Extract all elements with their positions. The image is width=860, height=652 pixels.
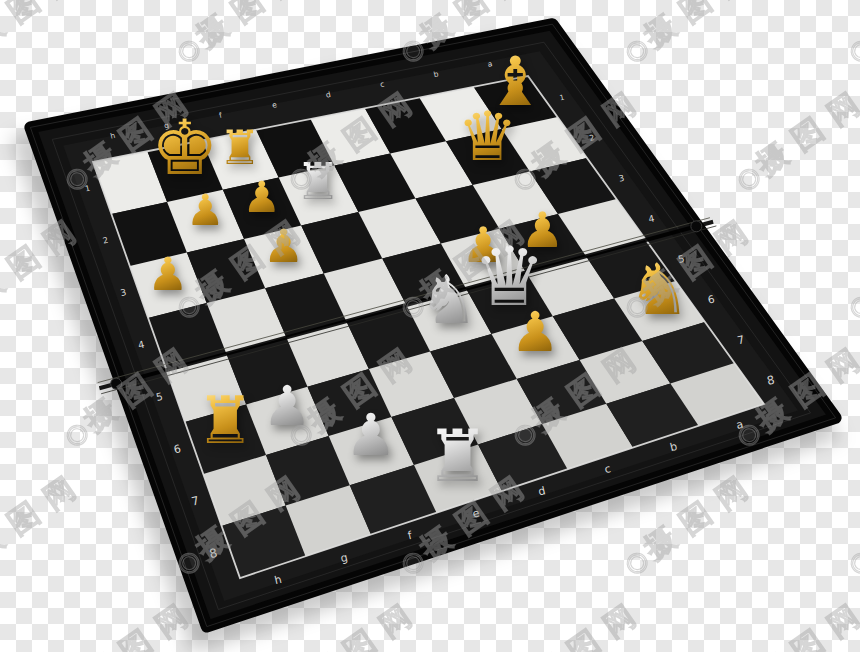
hinge-left (111, 378, 122, 389)
hinge-right (691, 221, 702, 232)
chessboard: 1122334455667788hhggffeeddccbbaa (0, 0, 860, 652)
photo-canvas: 1122334455667788hhggffeeddccbbaa ♚♛♜♜♝♞♟… (0, 0, 860, 652)
